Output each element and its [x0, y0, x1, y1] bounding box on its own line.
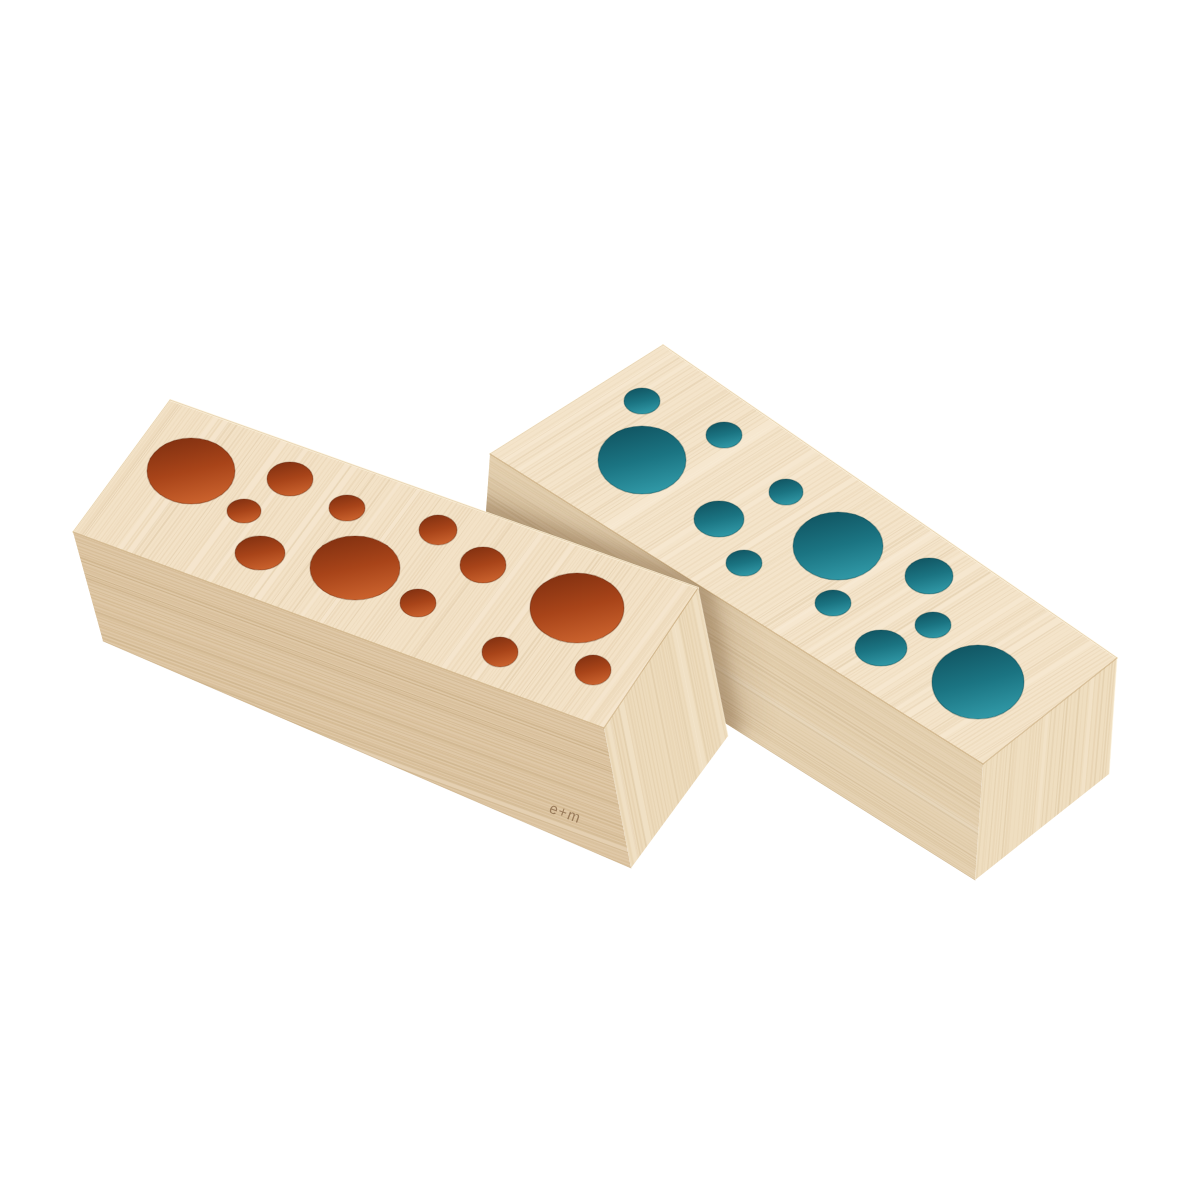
left-block-hole-9-small — [400, 589, 436, 617]
left-block-hole-11-small — [482, 637, 518, 667]
left-block-hole-7-small — [419, 515, 457, 545]
product-photo: e+m — [0, 0, 1200, 1200]
product-photo-svg — [0, 0, 1200, 1200]
left-block-hole-5-medium — [235, 536, 285, 570]
left-block-hole-3-small — [227, 499, 261, 523]
right-block-hole-3-large — [598, 426, 686, 494]
right-block-hole-4-medium — [694, 501, 744, 537]
left-block-hole-4-small — [329, 495, 365, 521]
left-block-hole-12-small — [575, 655, 611, 685]
right-block-hole-8-medium — [905, 558, 953, 594]
right-block-hole-2-small — [706, 422, 742, 448]
right-block-hole-11-medium — [855, 630, 907, 666]
right-block-hole-6-small — [726, 550, 762, 576]
left-block-hole-8-medium — [460, 547, 506, 583]
left-block-hole-10-large — [530, 573, 624, 643]
right-block-hole-5-small — [769, 479, 803, 505]
left-block-hole-1-large — [147, 438, 235, 504]
left-block-hole-2-medium — [267, 462, 313, 496]
right-block-hole-1-small — [624, 388, 660, 414]
right-block-hole-10-small — [915, 612, 951, 638]
right-block-hole-9-small — [815, 590, 851, 616]
right-block-hole-12-large — [932, 645, 1024, 719]
left-block-hole-6-large — [310, 536, 400, 600]
right-block-hole-7-large — [793, 512, 883, 580]
